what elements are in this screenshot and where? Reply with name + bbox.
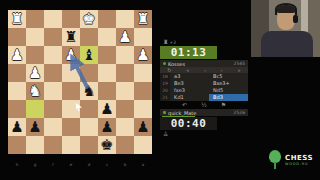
- material-advantage: +2: [169, 40, 176, 45]
- move-number: 18: [160, 73, 170, 80]
- move-number: 21: [160, 94, 170, 101]
- black-pawn-c7[interactable]: ♟: [98, 118, 116, 136]
- square-b4[interactable]: [116, 64, 134, 82]
- black-pawn-c6[interactable]: ♟: [98, 100, 116, 118]
- square-g3[interactable]: [26, 46, 44, 64]
- square-c3[interactable]: [98, 46, 116, 64]
- opponent-name-row[interactable]: Kosses 2545: [160, 60, 248, 67]
- square-a3[interactable]: ♟: [134, 46, 152, 64]
- square-d3[interactable]: ♝: [80, 46, 98, 64]
- square-h6[interactable]: [8, 100, 26, 118]
- opponent-name: Kosses: [168, 61, 234, 67]
- square-f3[interactable]: [44, 46, 62, 64]
- logo-title: CHESS: [285, 154, 313, 162]
- square-a7[interactable]: ♟: [134, 118, 152, 136]
- player-color-icon: [163, 111, 166, 114]
- player-name: quick_Mate: [168, 110, 234, 116]
- square-g7[interactable]: ♟: [26, 118, 44, 136]
- square-e3[interactable]: ♟: [62, 46, 80, 64]
- square-g4[interactable]: ♟: [26, 64, 44, 82]
- white-pawn-e3[interactable]: ♟: [62, 46, 80, 64]
- opponent-clock: 01:13: [160, 46, 217, 59]
- square-d8[interactable]: [80, 136, 98, 154]
- file-label-e: e: [62, 162, 80, 168]
- player-clock: 00:40: [160, 117, 217, 130]
- square-c4[interactable]: [98, 64, 116, 82]
- square-c6[interactable]: ♟: [98, 100, 116, 118]
- black-rook-e2[interactable]: ♜: [62, 28, 80, 46]
- square-d5[interactable]: ♞: [80, 82, 98, 100]
- square-f8[interactable]: [44, 136, 62, 154]
- logo-subtitle: WOOD.RU: [285, 162, 313, 167]
- black-move[interactable]: Nd5: [209, 87, 248, 94]
- square-d2[interactable]: [80, 28, 98, 46]
- white-pawn-h3[interactable]: ♟: [8, 46, 26, 64]
- black-pawn-a7[interactable]: ♟: [134, 118, 152, 136]
- white-move[interactable]: fxe3: [170, 87, 209, 94]
- square-e6[interactable]: [62, 100, 80, 118]
- square-b6[interactable]: [116, 100, 134, 118]
- black-pawn-g7[interactable]: ♟: [26, 118, 44, 136]
- square-h1[interactable]: ♜: [8, 10, 26, 28]
- square-b8[interactable]: [116, 136, 134, 154]
- headphone-cup-icon: [293, 15, 298, 23]
- streamer-webcam: [251, 0, 320, 57]
- square-a6[interactable]: [134, 100, 152, 118]
- black-move[interactable]: Bxe3+: [209, 80, 248, 87]
- square-b2[interactable]: ♟: [116, 28, 134, 46]
- square-g2[interactable]: [26, 28, 44, 46]
- square-h7[interactable]: ♟: [8, 118, 26, 136]
- file-label-g: g: [26, 162, 44, 168]
- takeback-button[interactable]: ↶: [182, 101, 187, 109]
- opponent-rating: 2545: [234, 61, 245, 66]
- white-pawn-b2[interactable]: ♟: [116, 28, 134, 46]
- square-b5[interactable]: [116, 82, 134, 100]
- move-row-19: 19Be3Bxe3+: [160, 80, 248, 87]
- move-number: 19: [160, 80, 170, 87]
- white-move[interactable]: a3: [170, 73, 209, 80]
- resign-button[interactable]: ⚑: [221, 101, 226, 109]
- square-f1[interactable]: [44, 10, 62, 28]
- black-move[interactable]: Bd3: [209, 94, 248, 101]
- move-row-21: 21Kd1Bd3: [160, 94, 248, 101]
- square-g6[interactable]: [26, 100, 44, 118]
- move-number: 20: [160, 87, 170, 94]
- square-e8[interactable]: [62, 136, 80, 154]
- move-row-18: 18a3Bc5: [160, 73, 248, 80]
- square-a4[interactable]: [134, 64, 152, 82]
- opponent-captured-pieces: ♜+2: [163, 38, 176, 46]
- black-pawn-h7[interactable]: ♟: [8, 118, 26, 136]
- white-rook-h1[interactable]: ♜: [8, 10, 26, 28]
- square-g5[interactable]: ♞: [26, 82, 44, 100]
- square-b7[interactable]: [116, 118, 134, 136]
- square-f7[interactable]: [44, 118, 62, 136]
- white-king-d1[interactable]: ♚: [80, 10, 98, 28]
- black-king-c8[interactable]: ♚: [98, 136, 116, 154]
- black-move[interactable]: Bc5: [209, 73, 248, 80]
- square-c5[interactable]: [98, 82, 116, 100]
- square-d4[interactable]: [80, 64, 98, 82]
- square-c8[interactable]: ♚: [98, 136, 116, 154]
- square-g8[interactable]: [26, 136, 44, 154]
- square-c2[interactable]: [98, 28, 116, 46]
- captured-pawn-icon: ♙: [163, 130, 168, 137]
- square-h4[interactable]: [8, 64, 26, 82]
- white-pawn-a3[interactable]: ♟: [134, 46, 152, 64]
- file-label-b: b: [116, 162, 134, 168]
- square-b1[interactable]: [116, 10, 134, 28]
- chess-board[interactable]: ♜♚♜♜♟♟♟♝♟♟♞♞♟♟♟♟♟♚: [8, 10, 152, 154]
- captured-rook-icon: ♜: [163, 38, 168, 45]
- tree-icon: [268, 150, 282, 170]
- channel-logo: CHESS WOOD.RU: [268, 147, 320, 173]
- file-label-f: f: [44, 162, 62, 168]
- square-e4[interactable]: [62, 64, 80, 82]
- square-h5[interactable]: [8, 82, 26, 100]
- stream-frame: ♜♚♜♜♟♟♟♝♟♟♞♞♟♟♟♟♟♚ hgfedcba ♜+2 01:13 Ko…: [0, 0, 320, 180]
- move-list[interactable]: 18a3Bc519Be3Bxe3+20fxe3Nd521Kd1Bd3: [160, 73, 248, 101]
- file-label-d: d: [80, 162, 98, 168]
- square-h3[interactable]: ♟: [8, 46, 26, 64]
- square-d7[interactable]: [80, 118, 98, 136]
- white-rook-a1[interactable]: ♜: [134, 10, 152, 28]
- square-d1[interactable]: ♚: [80, 10, 98, 28]
- white-move[interactable]: Be3: [170, 80, 209, 87]
- square-e2[interactable]: ♜: [62, 28, 80, 46]
- file-label-h: h: [8, 162, 26, 168]
- square-h8[interactable]: [8, 136, 26, 154]
- move-row-20: 20fxe3Nd5: [160, 87, 248, 94]
- white-knight-g5[interactable]: ♞: [26, 82, 44, 100]
- square-a2[interactable]: [134, 28, 152, 46]
- file-label-c: c: [98, 162, 116, 168]
- player-rating: 2526: [234, 110, 245, 115]
- square-f4[interactable]: [44, 64, 62, 82]
- square-c1[interactable]: [98, 10, 116, 28]
- square-f2[interactable]: [44, 28, 62, 46]
- square-a1[interactable]: ♜: [134, 10, 152, 28]
- online-dot-icon: [163, 62, 166, 65]
- file-label-a: a: [134, 162, 152, 168]
- player-name-row[interactable]: quick_Mate 2526: [160, 109, 248, 116]
- square-d6[interactable]: [80, 100, 98, 118]
- black-bishop-d3[interactable]: ♝: [80, 46, 98, 64]
- square-g1[interactable]: [26, 10, 44, 28]
- player-captured-pieces: ♙: [163, 130, 168, 138]
- square-c7[interactable]: ♟: [98, 118, 116, 136]
- file-coordinates: hgfedcba: [8, 162, 152, 168]
- square-e5[interactable]: [62, 82, 80, 100]
- game-action-buttons: ↶½⚑: [160, 101, 248, 109]
- square-a8[interactable]: [134, 136, 152, 154]
- square-a5[interactable]: [134, 82, 152, 100]
- square-b3[interactable]: [116, 46, 134, 64]
- square-h2[interactable]: [8, 28, 26, 46]
- streamer-torso: [261, 31, 313, 57]
- square-f6[interactable]: [44, 100, 62, 118]
- white-move[interactable]: Kd1: [170, 94, 209, 101]
- white-pawn-g4[interactable]: ♟: [26, 64, 44, 82]
- square-f5[interactable]: [44, 82, 62, 100]
- headphones-icon: [275, 3, 297, 15]
- draw-offer-button[interactable]: ½: [201, 101, 207, 109]
- square-e1[interactable]: [62, 10, 80, 28]
- black-knight-d5[interactable]: ♞: [80, 82, 98, 100]
- square-e7[interactable]: [62, 118, 80, 136]
